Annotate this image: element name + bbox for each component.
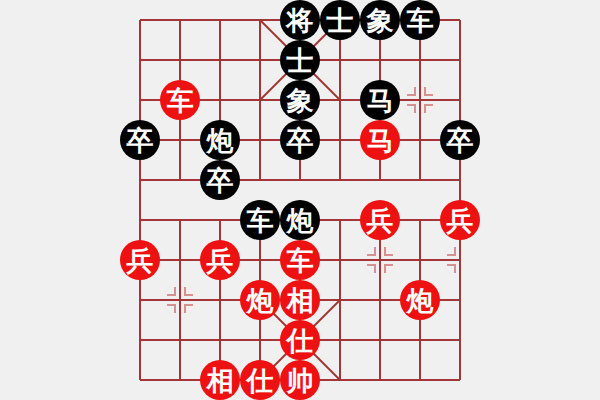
piece-label: 兵 [207,247,234,274]
piece-label: 卒 [207,167,234,194]
piece-label: 士 [287,47,314,74]
piece-label: 帅 [287,367,314,394]
piece-red-advisor[interactable]: 仕 [240,360,280,400]
piece-red-chariot[interactable]: 车 [160,80,200,120]
piece-label: 车 [287,247,314,274]
piece-label: 炮 [407,287,434,314]
piece-label: 卒 [127,127,154,154]
piece-red-horse[interactable]: 马 [360,120,400,160]
piece-red-cannon[interactable]: 炮 [400,280,440,320]
piece-label: 仕 [247,367,274,394]
piece-label: 士 [327,7,354,34]
piece-label: 炮 [247,287,274,314]
piece-label: 车 [167,87,194,114]
piece-red-elephant[interactable]: 相 [280,280,320,320]
xiangqi-app-screen: 将士象车士象马卒炮卒卒卒车炮车马兵兵兵兵车炮相炮仕相仕帅 [0,0,600,400]
piece-black-horse[interactable]: 马 [360,80,400,120]
piece-black-soldier[interactable]: 卒 [120,120,160,160]
piece-black-advisor[interactable]: 士 [320,0,360,40]
piece-red-soldier[interactable]: 兵 [440,200,480,240]
piece-label: 兵 [127,247,154,274]
piece-label: 车 [407,7,434,34]
piece-red-chariot[interactable]: 车 [280,240,320,280]
piece-label: 仕 [287,327,314,354]
piece-black-cannon[interactable]: 炮 [200,120,240,160]
piece-red-general[interactable]: 帅 [280,360,320,400]
piece-red-soldier[interactable]: 兵 [120,240,160,280]
piece-black-soldier[interactable]: 卒 [440,120,480,160]
piece-label: 象 [287,87,314,114]
piece-label: 将 [287,7,314,34]
piece-black-advisor[interactable]: 士 [280,40,320,80]
piece-red-soldier[interactable]: 兵 [360,200,400,240]
piece-black-elephant[interactable]: 象 [360,0,400,40]
piece-red-advisor[interactable]: 仕 [280,320,320,360]
piece-black-soldier[interactable]: 卒 [200,160,240,200]
piece-label: 象 [367,7,394,34]
piece-label: 卒 [287,127,314,154]
piece-label: 炮 [207,127,234,154]
piece-label: 相 [207,367,234,394]
piece-label: 炮 [287,207,314,234]
piece-black-general[interactable]: 将 [280,0,320,40]
piece-red-cannon[interactable]: 炮 [240,280,280,320]
piece-label: 卒 [447,127,474,154]
piece-label: 相 [287,287,314,314]
xiangqi-board[interactable]: 将士象车士象马卒炮卒卒卒车炮车马兵兵兵兵车炮相炮仕相仕帅 [120,0,480,400]
piece-black-cannon[interactable]: 炮 [280,200,320,240]
piece-label: 马 [367,87,394,114]
piece-label: 马 [367,127,394,154]
piece-label: 兵 [367,207,394,234]
piece-black-chariot[interactable]: 车 [240,200,280,240]
piece-red-elephant[interactable]: 相 [200,360,240,400]
piece-black-chariot[interactable]: 车 [400,0,440,40]
piece-label: 车 [247,207,274,234]
piece-label: 兵 [447,207,474,234]
piece-black-elephant[interactable]: 象 [280,80,320,120]
piece-black-soldier[interactable]: 卒 [280,120,320,160]
piece-red-soldier[interactable]: 兵 [200,240,240,280]
